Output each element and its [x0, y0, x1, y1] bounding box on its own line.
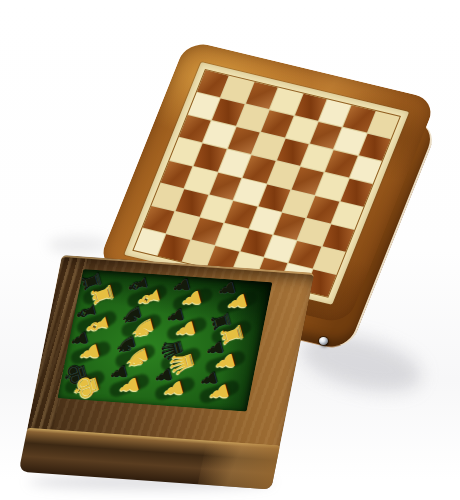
drawer-front-corner [198, 441, 280, 490]
piece-tray: ♜♜♝♝♟♟♟♟♝♝♞♞♟♟♜♜♟♟♞♞♛♛♟♟♚♚♟♟♟♟♟♟ [60, 276, 264, 408]
piece-slot: ♟♟ [150, 372, 201, 405]
drawer-pin[interactable] [319, 337, 328, 345]
product-photo-scene: ♜♜♝♝♟♟♟♟♝♝♞♞♟♟♜♜♟♟♞♞♛♛♟♟♚♚♟♟♟♟♟♟ [0, 0, 460, 500]
piece-slot: ♚♚ [60, 366, 111, 399]
drawer-frame: ♜♜♝♝♟♟♟♟♝♝♞♞♟♟♜♜♟♟♞♞♛♛♟♟♚♚♟♟♟♟♟♟ [27, 255, 314, 448]
box-left-shadow [48, 236, 110, 254]
piece-slot: ♟♟ [195, 375, 246, 408]
piece-drawer[interactable]: ♜♜♝♝♟♟♟♟♝♝♞♞♟♟♜♜♟♟♞♞♛♛♟♟♚♚♟♟♟♟♟♟ [19, 255, 315, 489]
piece-slot: ♟♟ [105, 369, 156, 402]
drawer-felt: ♜♜♝♝♟♟♟♟♝♝♞♞♟♟♜♜♟♟♞♞♛♛♟♟♚♚♟♟♟♟♟♟ [57, 269, 272, 412]
